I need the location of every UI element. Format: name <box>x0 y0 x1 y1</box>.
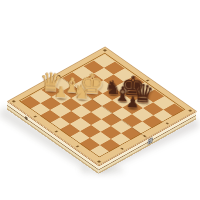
hinge-icon <box>25 116 28 121</box>
screw-icon <box>34 115 37 117</box>
product-photo: ♚♛♞♝♟♚♝♞♛♟ <box>0 0 200 200</box>
square-r6c1 <box>41 97 61 110</box>
screw-icon <box>166 122 169 124</box>
screw-icon <box>76 145 79 147</box>
screw-icon <box>103 49 106 51</box>
clasp-icon <box>147 137 152 145</box>
screw-icon <box>120 148 123 150</box>
chess-board-squares: ♚♛♞♝♟♚♝♞♛♟ <box>20 54 184 157</box>
screw-icon <box>55 130 58 132</box>
screw-icon <box>97 160 100 162</box>
screw-icon <box>12 100 15 102</box>
board-top-face: ♚♛♞♝♟♚♝♞♛♟ <box>7 46 196 165</box>
square-r1c6 <box>143 102 163 115</box>
screw-icon <box>189 110 192 112</box>
